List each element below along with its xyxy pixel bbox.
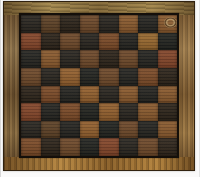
square-r1c2[interactable]: [41, 15, 61, 33]
square-r7c1[interactable]: [21, 121, 41, 139]
board-photo: [0, 0, 200, 177]
square-r6c6[interactable]: [119, 103, 139, 121]
square-r2c7[interactable]: [138, 33, 158, 51]
square-r6c3[interactable]: [60, 103, 80, 121]
square-r4c5[interactable]: [99, 68, 119, 86]
square-r5c8[interactable]: [158, 86, 178, 104]
square-r4c8[interactable]: [158, 68, 178, 86]
square-r7c8[interactable]: [158, 121, 178, 139]
square-r8c5[interactable]: [99, 138, 119, 156]
square-r5c1[interactable]: [21, 86, 41, 104]
square-r2c4[interactable]: [80, 33, 100, 51]
square-r8c8[interactable]: [158, 138, 178, 156]
square-r1c3[interactable]: [60, 15, 80, 33]
square-r4c3[interactable]: [60, 68, 80, 86]
square-r1c6[interactable]: [119, 15, 139, 33]
square-r6c2[interactable]: [41, 103, 61, 121]
frame-bottom-rail: [4, 157, 194, 170]
wood-knot: [164, 17, 177, 28]
square-r8c7[interactable]: [138, 138, 158, 156]
square-r8c3[interactable]: [60, 138, 80, 156]
square-r5c3[interactable]: [60, 86, 80, 104]
square-r4c2[interactable]: [41, 68, 61, 86]
square-r6c8[interactable]: [158, 103, 178, 121]
frame-right-rail: [177, 2, 194, 170]
square-r7c5[interactable]: [99, 121, 119, 139]
square-r3c5[interactable]: [99, 50, 119, 68]
square-r3c3[interactable]: [60, 50, 80, 68]
square-r7c3[interactable]: [60, 121, 80, 139]
square-r5c2[interactable]: [41, 86, 61, 104]
square-r3c7[interactable]: [138, 50, 158, 68]
square-r2c1[interactable]: [21, 33, 41, 51]
square-r1c8[interactable]: [158, 15, 178, 33]
square-r6c5[interactable]: [99, 103, 119, 121]
square-r8c4[interactable]: [80, 138, 100, 156]
square-r2c5[interactable]: [99, 33, 119, 51]
square-r5c7[interactable]: [138, 86, 158, 104]
square-r6c7[interactable]: [138, 103, 158, 121]
square-r2c6[interactable]: [119, 33, 139, 51]
square-r4c6[interactable]: [119, 68, 139, 86]
square-r7c4[interactable]: [80, 121, 100, 139]
square-r4c4[interactable]: [80, 68, 100, 86]
square-r7c6[interactable]: [119, 121, 139, 139]
square-r7c2[interactable]: [41, 121, 61, 139]
square-r4c7[interactable]: [138, 68, 158, 86]
square-r6c1[interactable]: [21, 103, 41, 121]
square-r8c2[interactable]: [41, 138, 61, 156]
square-r3c8[interactable]: [158, 50, 178, 68]
square-r7c7[interactable]: [138, 121, 158, 139]
square-r2c8[interactable]: [158, 33, 178, 51]
square-r5c5[interactable]: [99, 86, 119, 104]
square-r1c7[interactable]: [138, 15, 158, 33]
square-r5c6[interactable]: [119, 86, 139, 104]
square-r6c4[interactable]: [80, 103, 100, 121]
square-r3c6[interactable]: [119, 50, 139, 68]
square-r5c4[interactable]: [80, 86, 100, 104]
square-r1c4[interactable]: [80, 15, 100, 33]
square-r3c2[interactable]: [41, 50, 61, 68]
chessboard: [19, 13, 179, 158]
square-r2c2[interactable]: [41, 33, 61, 51]
square-r1c5[interactable]: [99, 15, 119, 33]
square-r1c1[interactable]: [21, 15, 41, 33]
square-r3c4[interactable]: [80, 50, 100, 68]
square-r4c1[interactable]: [21, 68, 41, 86]
square-r8c1[interactable]: [21, 138, 41, 156]
square-r3c1[interactable]: [21, 50, 41, 68]
square-r8c6[interactable]: [119, 138, 139, 156]
square-r2c3[interactable]: [60, 33, 80, 51]
